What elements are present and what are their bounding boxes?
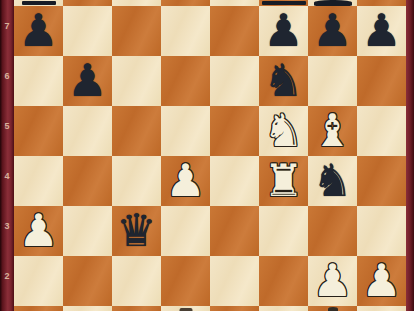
square-b5 — [63, 106, 112, 156]
square-e5 — [210, 106, 259, 156]
rank-label-7: 7 — [0, 22, 14, 31]
square-c5 — [112, 106, 161, 156]
square-h6 — [357, 56, 406, 106]
square-e4 — [210, 156, 259, 206]
white-bishop-icon: ♝ — [312, 108, 352, 153]
black-pawn-icon: ♟ — [67, 58, 107, 103]
white-pawn-icon: ♟ — [361, 258, 401, 303]
square-f2 — [259, 256, 308, 306]
square-g3 — [308, 206, 357, 256]
square-a6 — [14, 56, 63, 106]
chess-board: ♟♟♟♟♟♞♞♝♟♜♞♟♛♟♟ — [14, 0, 406, 311]
rank-label-5: 5 — [0, 122, 14, 131]
square-e2 — [210, 256, 259, 306]
square-a7: ♟ — [14, 6, 63, 56]
square-g4: ♞ — [308, 156, 357, 206]
square-d3 — [161, 206, 210, 256]
square-g6 — [308, 56, 357, 106]
square-c3: ♛ — [112, 206, 161, 256]
white-pawn-icon: ♟ — [165, 158, 205, 203]
partial-black-piece-a8 — [22, 1, 56, 5]
square-e1 — [210, 306, 259, 311]
partial-black-piece-f8 — [262, 1, 306, 5]
white-pawn-icon: ♟ — [18, 208, 58, 253]
square-b2 — [63, 256, 112, 306]
square-h7: ♟ — [357, 6, 406, 56]
square-f4: ♜ — [259, 156, 308, 206]
rank-label-2: 2 — [0, 272, 14, 281]
square-e6 — [210, 56, 259, 106]
square-c7 — [112, 6, 161, 56]
rank-label-4: 4 — [0, 172, 14, 181]
square-b7 — [63, 6, 112, 56]
black-knight-icon: ♞ — [312, 158, 352, 203]
square-a5 — [14, 106, 63, 156]
black-knight-icon: ♞ — [263, 58, 303, 103]
square-g7: ♟ — [308, 6, 357, 56]
square-f6: ♞ — [259, 56, 308, 106]
square-h4 — [357, 156, 406, 206]
square-b6: ♟ — [63, 56, 112, 106]
square-a3: ♟ — [14, 206, 63, 256]
square-f1 — [259, 306, 308, 311]
square-a2 — [14, 256, 63, 306]
square-c1 — [112, 306, 161, 311]
black-pawn-icon: ♟ — [361, 8, 401, 53]
square-b1 — [63, 306, 112, 311]
white-knight-icon: ♞ — [263, 108, 303, 153]
square-f5: ♞ — [259, 106, 308, 156]
rank-label-6: 6 — [0, 72, 14, 81]
square-h1 — [357, 306, 406, 311]
rank-label-3: 3 — [0, 222, 14, 231]
square-h3 — [357, 206, 406, 256]
white-rook-icon: ♜ — [263, 158, 303, 203]
board-left-border: 765432 — [0, 0, 14, 311]
black-pawn-icon: ♟ — [312, 8, 352, 53]
chess-diagram: 765432 ♟♟♟♟♟♞♞♝♟♜♞♟♛♟♟ — [0, 0, 414, 311]
square-b4 — [63, 156, 112, 206]
square-a1 — [14, 306, 63, 311]
square-h2: ♟ — [357, 256, 406, 306]
white-pawn-icon: ♟ — [312, 258, 352, 303]
black-pawn-icon: ♟ — [18, 8, 58, 53]
square-g5: ♝ — [308, 106, 357, 156]
square-e3 — [210, 206, 259, 256]
square-d7 — [161, 6, 210, 56]
black-queen-icon: ♛ — [116, 208, 156, 253]
square-f7: ♟ — [259, 6, 308, 56]
square-a4 — [14, 156, 63, 206]
square-g2: ♟ — [308, 256, 357, 306]
square-d5 — [161, 106, 210, 156]
square-d4: ♟ — [161, 156, 210, 206]
square-d1 — [161, 306, 210, 311]
square-c6 — [112, 56, 161, 106]
square-h5 — [357, 106, 406, 156]
square-c2 — [112, 256, 161, 306]
square-d2 — [161, 256, 210, 306]
square-c4 — [112, 156, 161, 206]
square-g1 — [308, 306, 357, 311]
square-f3 — [259, 206, 308, 256]
board-right-border — [406, 0, 414, 311]
black-pawn-icon: ♟ — [263, 8, 303, 53]
square-b3 — [63, 206, 112, 256]
square-e7 — [210, 6, 259, 56]
square-d6 — [161, 56, 210, 106]
partial-white-piece-g1 — [328, 307, 338, 311]
